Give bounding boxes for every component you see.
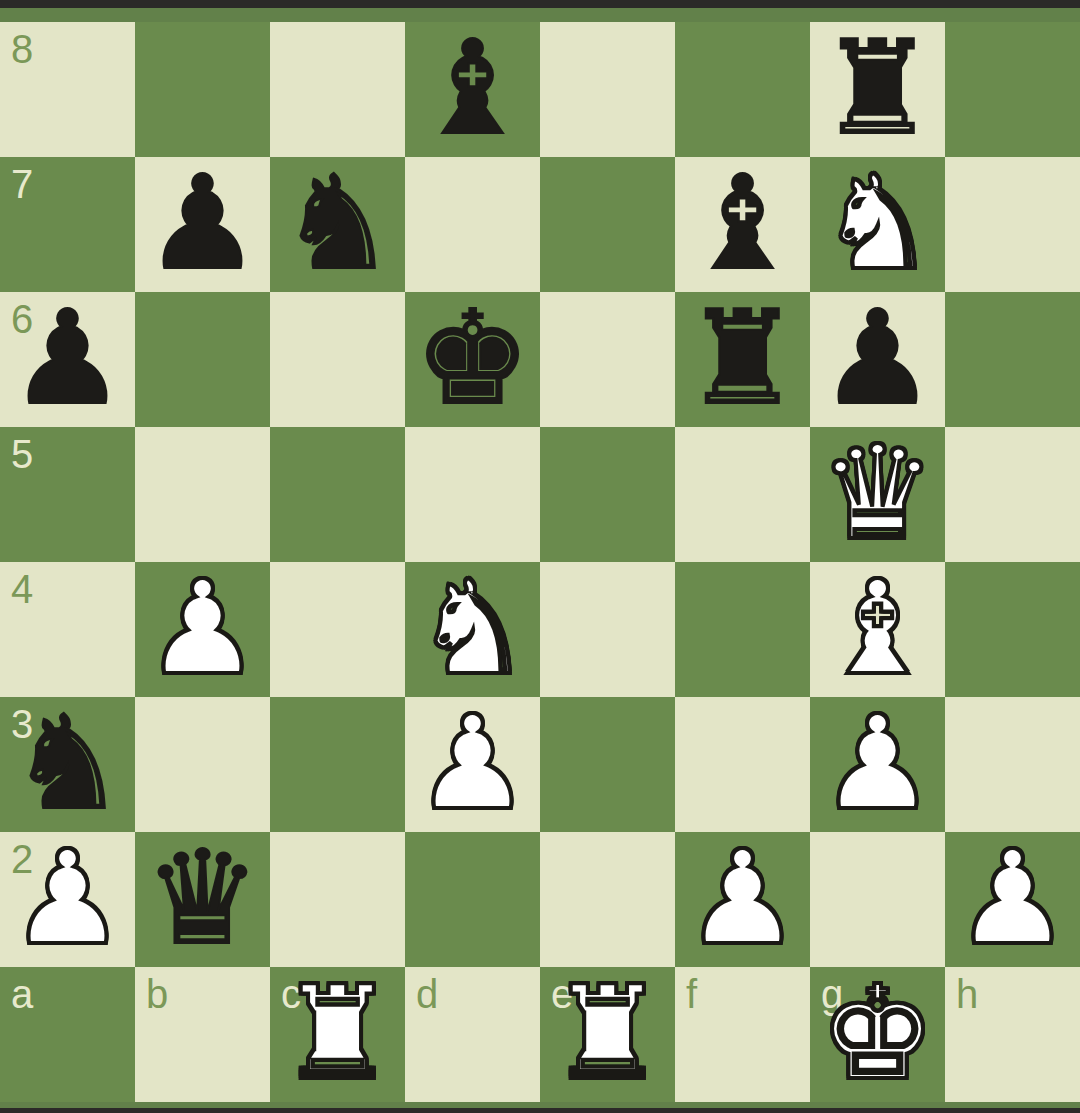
square-b3[interactable] — [135, 697, 270, 832]
square-h8[interactable] — [945, 22, 1080, 157]
square-e6[interactable] — [540, 292, 675, 427]
square-a7[interactable]: 7 — [0, 157, 135, 292]
square-h1[interactable]: h — [945, 967, 1080, 1102]
square-c8[interactable] — [270, 22, 405, 157]
square-a8[interactable]: 8 — [0, 22, 135, 157]
square-g1[interactable]: g♚ — [810, 967, 945, 1102]
square-g5[interactable]: ♛ — [810, 427, 945, 562]
square-e4[interactable] — [540, 562, 675, 697]
rank-label-5: 5 — [11, 431, 33, 477]
black-knight-piece[interactable]: ♞ — [279, 158, 396, 288]
square-b6[interactable] — [135, 292, 270, 427]
square-b8[interactable] — [135, 22, 270, 157]
white-pawn-piece[interactable]: ♟ — [819, 698, 936, 828]
square-c3[interactable] — [270, 697, 405, 832]
black-bishop-piece[interactable]: ♝ — [684, 158, 801, 288]
square-g6[interactable]: ♟ — [810, 292, 945, 427]
square-a1[interactable]: a — [0, 967, 135, 1102]
black-pawn-piece[interactable]: ♟ — [144, 158, 261, 288]
file-label-a: a — [11, 971, 33, 1017]
square-b2[interactable]: ♛ — [135, 832, 270, 967]
square-h3[interactable] — [945, 697, 1080, 832]
white-queen-piece[interactable]: ♛ — [819, 428, 936, 558]
white-pawn-piece[interactable]: ♟ — [9, 833, 126, 963]
square-d5[interactable] — [405, 427, 540, 562]
black-queen-piece[interactable]: ♛ — [144, 833, 261, 963]
square-h2[interactable]: ♟ — [945, 832, 1080, 967]
white-bishop-piece[interactable]: ♝ — [819, 563, 936, 693]
square-b5[interactable] — [135, 427, 270, 562]
top-app-strip — [0, 0, 1080, 8]
square-a2[interactable]: 2♟ — [0, 832, 135, 967]
black-knight-piece[interactable]: ♞ — [9, 698, 126, 828]
white-pawn-piece[interactable]: ♟ — [684, 833, 801, 963]
square-b4[interactable]: ♟ — [135, 562, 270, 697]
white-rook-piece[interactable]: ♜ — [279, 968, 396, 1098]
square-g7[interactable]: ♞ — [810, 157, 945, 292]
square-f8[interactable] — [675, 22, 810, 157]
file-label-h: h — [956, 971, 978, 1017]
white-knight-piece[interactable]: ♞ — [819, 158, 936, 288]
white-king-piece[interactable]: ♚ — [819, 968, 936, 1098]
white-knight-piece[interactable]: ♞ — [414, 563, 531, 693]
white-pawn-piece[interactable]: ♟ — [954, 833, 1071, 963]
square-d1[interactable]: d — [405, 967, 540, 1102]
square-d4[interactable]: ♞ — [405, 562, 540, 697]
square-f2[interactable]: ♟ — [675, 832, 810, 967]
square-c2[interactable] — [270, 832, 405, 967]
square-g3[interactable]: ♟ — [810, 697, 945, 832]
chess-app-page: 8♝♜7♟♞♝♞6♟♚♜♟5♛4♟♞♝3♞♟♟2♟♛♟♟abc♜de♜fg♚h — [0, 0, 1080, 1113]
square-c5[interactable] — [270, 427, 405, 562]
square-g8[interactable]: ♜ — [810, 22, 945, 157]
square-a4[interactable]: 4 — [0, 562, 135, 697]
square-h5[interactable] — [945, 427, 1080, 562]
square-g2[interactable] — [810, 832, 945, 967]
square-a5[interactable]: 5 — [0, 427, 135, 562]
file-label-f: f — [686, 971, 697, 1017]
white-pawn-piece[interactable]: ♟ — [144, 563, 261, 693]
black-rook-piece[interactable]: ♜ — [684, 293, 801, 423]
black-rook-piece[interactable]: ♜ — [819, 23, 936, 153]
square-d6[interactable]: ♚ — [405, 292, 540, 427]
square-a6[interactable]: 6♟ — [0, 292, 135, 427]
white-pawn-piece[interactable]: ♟ — [414, 698, 531, 828]
file-label-d: d — [416, 971, 438, 1017]
square-c4[interactable] — [270, 562, 405, 697]
square-e2[interactable] — [540, 832, 675, 967]
square-e1[interactable]: e♜ — [540, 967, 675, 1102]
square-d7[interactable] — [405, 157, 540, 292]
square-d8[interactable]: ♝ — [405, 22, 540, 157]
square-e5[interactable] — [540, 427, 675, 562]
board-frame: 8♝♜7♟♞♝♞6♟♚♜♟5♛4♟♞♝3♞♟♟2♟♛♟♟abc♜de♜fg♚h — [0, 8, 1080, 1108]
black-bishop-piece[interactable]: ♝ — [414, 23, 531, 153]
square-h6[interactable] — [945, 292, 1080, 427]
rank-label-4: 4 — [11, 566, 33, 612]
square-d2[interactable] — [405, 832, 540, 967]
square-g4[interactable]: ♝ — [810, 562, 945, 697]
square-f3[interactable] — [675, 697, 810, 832]
square-f6[interactable]: ♜ — [675, 292, 810, 427]
black-pawn-piece[interactable]: ♟ — [819, 293, 936, 423]
square-b7[interactable]: ♟ — [135, 157, 270, 292]
square-e7[interactable] — [540, 157, 675, 292]
file-label-b: b — [146, 971, 168, 1017]
square-f7[interactable]: ♝ — [675, 157, 810, 292]
square-e3[interactable] — [540, 697, 675, 832]
square-f4[interactable] — [675, 562, 810, 697]
white-rook-piece[interactable]: ♜ — [549, 968, 666, 1098]
square-c1[interactable]: c♜ — [270, 967, 405, 1102]
black-pawn-piece[interactable]: ♟ — [9, 293, 126, 423]
square-h4[interactable] — [945, 562, 1080, 697]
square-d3[interactable]: ♟ — [405, 697, 540, 832]
square-f5[interactable] — [675, 427, 810, 562]
square-c6[interactable] — [270, 292, 405, 427]
square-c7[interactable]: ♞ — [270, 157, 405, 292]
square-b1[interactable]: b — [135, 967, 270, 1102]
rank-label-8: 8 — [11, 26, 33, 72]
square-h7[interactable] — [945, 157, 1080, 292]
rank-label-7: 7 — [11, 161, 33, 207]
black-king-piece[interactable]: ♚ — [414, 293, 531, 423]
square-e8[interactable] — [540, 22, 675, 157]
square-a3[interactable]: 3♞ — [0, 697, 135, 832]
square-f1[interactable]: f — [675, 967, 810, 1102]
chess-board: 8♝♜7♟♞♝♞6♟♚♜♟5♛4♟♞♝3♞♟♟2♟♛♟♟abc♜de♜fg♚h — [0, 22, 1080, 1102]
